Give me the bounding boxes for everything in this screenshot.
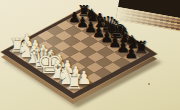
piece-white-rook[interactable]: ♜ (64, 72, 85, 93)
pieces-layer: ♜♞♝♛♚♝♞♜♟♟♟♟♟♟♟♟♟♟♟♟♟♟♟♟♜♞♝♛♚♝♞♜ (0, 0, 180, 110)
photo-background: ♜♞♝♛♚♝♞♜♟♟♟♟♟♟♟♟♟♟♟♟♟♟♟♟♜♞♝♛♚♝♞♜ (0, 0, 180, 110)
piece-black-pawn[interactable]: ♟ (123, 46, 138, 61)
